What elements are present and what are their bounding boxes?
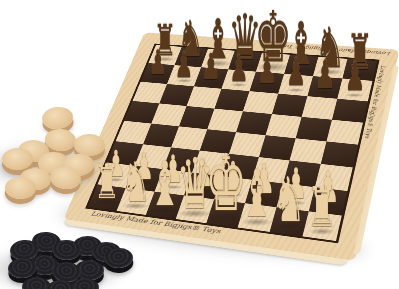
black-checker[interactable] (103, 247, 133, 268)
black-checker[interactable] (51, 239, 81, 260)
natural-checker[interactable] (44, 128, 77, 153)
natural-checker[interactable] (5, 176, 37, 199)
black-checker[interactable] (7, 257, 38, 279)
natural-checker[interactable] (2, 148, 33, 171)
natural-checker[interactable] (41, 105, 74, 130)
scene: Lovingly Made for Bigjigs® Toys Lovingly… (0, 0, 399, 289)
checkers-layer (0, 0, 399, 289)
